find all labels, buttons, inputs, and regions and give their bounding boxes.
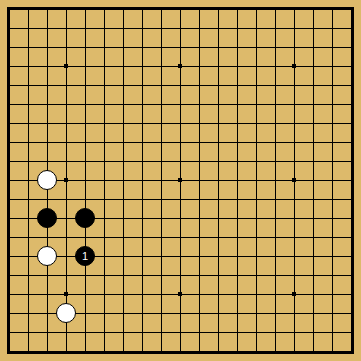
star-point: [64, 178, 68, 182]
star-point: [178, 292, 182, 296]
go-board[interactable]: 1: [0, 0, 361, 361]
stone-white-D3: [56, 303, 76, 323]
intersection-grid: 1: [0, 0, 361, 361]
star-point: [292, 292, 296, 296]
star-point: [292, 178, 296, 182]
star-point: [64, 64, 68, 68]
stone-white-C6: [37, 246, 57, 266]
move-number-label: 1: [82, 251, 88, 262]
stone-black-C8: [37, 208, 57, 228]
star-point: [178, 64, 182, 68]
star-point: [178, 178, 182, 182]
star-point: [64, 292, 68, 296]
stone-black-E8: [75, 208, 95, 228]
star-point: [292, 64, 296, 68]
stone-white-C10: [37, 170, 57, 190]
stone-black-E6: 1: [75, 246, 95, 266]
